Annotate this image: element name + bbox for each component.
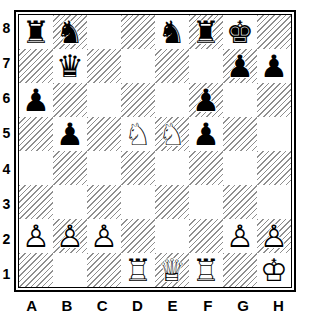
piece-black-pawn[interactable]: ♟	[19, 83, 53, 117]
piece-black-pawn[interactable]: ♟	[53, 117, 87, 151]
piece-black-knight[interactable]: ♞	[53, 15, 87, 49]
square-a1[interactable]	[19, 253, 53, 287]
square-a3[interactable]	[19, 185, 53, 219]
rank-label-8: 8	[0, 10, 13, 45]
square-h5[interactable]	[257, 117, 291, 151]
file-label-d: D	[120, 294, 155, 316]
chess-diagram: 87654321 ♜♞♞♜♚♛♟♟♟♟♟♞♘♞♘♟♟♙♟♙♟♙♟♙♟♙♜♖♛♕♜…	[0, 0, 314, 320]
piece-white-pawn[interactable]: ♟♙	[87, 219, 121, 253]
square-d5[interactable]: ♞♘	[121, 117, 155, 151]
piece-black-queen[interactable]: ♛	[53, 49, 87, 83]
square-a8[interactable]: ♜	[19, 15, 53, 49]
square-b3[interactable]	[53, 185, 87, 219]
piece-black-pawn[interactable]: ♟	[189, 83, 223, 117]
rank-label-1: 1	[0, 257, 13, 292]
piece-black-rook[interactable]: ♜	[19, 15, 53, 49]
square-b2[interactable]: ♟♙	[53, 219, 87, 253]
square-d3[interactable]	[121, 185, 155, 219]
square-a2[interactable]: ♟♙	[19, 219, 53, 253]
square-e8[interactable]: ♞	[155, 15, 189, 49]
file-labels: ABCDEFGH	[14, 294, 296, 316]
board-grid: ♜♞♞♜♚♛♟♟♟♟♟♞♘♞♘♟♟♙♟♙♟♙♟♙♟♙♜♖♛♕♜♖♚♔	[19, 15, 291, 287]
piece-white-pawn[interactable]: ♟♙	[53, 219, 87, 253]
square-g3[interactable]	[223, 185, 257, 219]
square-g7[interactable]: ♟	[223, 49, 257, 83]
piece-black-knight[interactable]: ♞	[155, 15, 189, 49]
square-h3[interactable]	[257, 185, 291, 219]
square-a4[interactable]	[19, 151, 53, 185]
file-label-h: H	[261, 294, 296, 316]
square-f4[interactable]	[189, 151, 223, 185]
square-g5[interactable]	[223, 117, 257, 151]
piece-black-pawn[interactable]: ♟	[223, 49, 257, 83]
piece-white-pawn[interactable]: ♟♙	[223, 219, 257, 253]
square-g1[interactable]	[223, 253, 257, 287]
square-d1[interactable]: ♜♖	[121, 253, 155, 287]
square-b1[interactable]	[53, 253, 87, 287]
square-c8[interactable]	[87, 15, 121, 49]
square-f3[interactable]	[189, 185, 223, 219]
piece-black-pawn[interactable]: ♟	[189, 117, 223, 151]
chess-board: ♜♞♞♜♚♛♟♟♟♟♟♞♘♞♘♟♟♙♟♙♟♙♟♙♟♙♜♖♛♕♜♖♚♔	[14, 10, 296, 292]
square-b7[interactable]: ♛	[53, 49, 87, 83]
square-f7[interactable]	[189, 49, 223, 83]
piece-black-king[interactable]: ♚	[223, 15, 257, 49]
piece-white-rook[interactable]: ♜♖	[121, 253, 155, 287]
square-a5[interactable]	[19, 117, 53, 151]
rank-labels: 87654321	[0, 10, 13, 292]
square-h4[interactable]	[257, 151, 291, 185]
square-h8[interactable]	[257, 15, 291, 49]
square-d4[interactable]	[121, 151, 155, 185]
file-label-e: E	[155, 294, 190, 316]
file-label-c: C	[85, 294, 120, 316]
square-c2[interactable]: ♟♙	[87, 219, 121, 253]
square-b5[interactable]: ♟	[53, 117, 87, 151]
square-d2[interactable]	[121, 219, 155, 253]
square-f5[interactable]: ♟	[189, 117, 223, 151]
square-e2[interactable]	[155, 219, 189, 253]
square-b4[interactable]	[53, 151, 87, 185]
file-label-a: A	[14, 294, 49, 316]
square-a6[interactable]: ♟	[19, 83, 53, 117]
rank-label-3: 3	[0, 186, 13, 221]
square-h7[interactable]: ♟	[257, 49, 291, 83]
square-h2[interactable]: ♟♙	[257, 219, 291, 253]
square-e7[interactable]	[155, 49, 189, 83]
square-d7[interactable]	[121, 49, 155, 83]
square-h1[interactable]: ♚♔	[257, 253, 291, 287]
piece-black-pawn[interactable]: ♟	[257, 49, 291, 83]
square-f8[interactable]: ♜	[189, 15, 223, 49]
rank-label-6: 6	[0, 81, 13, 116]
square-g6[interactable]	[223, 83, 257, 117]
square-e1[interactable]: ♛♕	[155, 253, 189, 287]
square-g8[interactable]: ♚	[223, 15, 257, 49]
square-d8[interactable]	[121, 15, 155, 49]
file-label-b: B	[49, 294, 84, 316]
square-e3[interactable]	[155, 185, 189, 219]
square-c1[interactable]	[87, 253, 121, 287]
square-e5[interactable]: ♞♘	[155, 117, 189, 151]
piece-black-rook[interactable]: ♜	[189, 15, 223, 49]
piece-white-knight[interactable]: ♞♘	[121, 117, 155, 151]
rank-label-4: 4	[0, 151, 13, 186]
square-f2[interactable]	[189, 219, 223, 253]
square-c4[interactable]	[87, 151, 121, 185]
square-c5[interactable]	[87, 117, 121, 151]
square-g2[interactable]: ♟♙	[223, 219, 257, 253]
square-g4[interactable]	[223, 151, 257, 185]
file-label-g: G	[226, 294, 261, 316]
square-c6[interactable]	[87, 83, 121, 117]
piece-white-pawn[interactable]: ♟♙	[257, 219, 291, 253]
piece-white-king[interactable]: ♚♔	[257, 253, 291, 287]
piece-white-pawn[interactable]: ♟♙	[19, 219, 53, 253]
square-b6[interactable]	[53, 83, 87, 117]
square-c3[interactable]	[87, 185, 121, 219]
square-e6[interactable]	[155, 83, 189, 117]
square-e4[interactable]	[155, 151, 189, 185]
piece-white-queen[interactable]: ♛♕	[155, 253, 189, 287]
square-c7[interactable]	[87, 49, 121, 83]
file-label-f: F	[190, 294, 225, 316]
square-a7[interactable]	[19, 49, 53, 83]
square-d6[interactable]	[121, 83, 155, 117]
board-frame: ♜♞♞♜♚♛♟♟♟♟♟♞♘♞♘♟♟♙♟♙♟♙♟♙♟♙♜♖♛♕♜♖♚♔	[18, 14, 292, 288]
square-h6[interactable]	[257, 83, 291, 117]
rank-label-2: 2	[0, 222, 13, 257]
piece-white-rook[interactable]: ♜♖	[189, 253, 223, 287]
square-f1[interactable]: ♜♖	[189, 253, 223, 287]
square-f6[interactable]: ♟	[189, 83, 223, 117]
square-b8[interactable]: ♞	[53, 15, 87, 49]
rank-label-5: 5	[0, 116, 13, 151]
rank-label-7: 7	[0, 45, 13, 80]
piece-white-knight[interactable]: ♞♘	[155, 117, 189, 151]
